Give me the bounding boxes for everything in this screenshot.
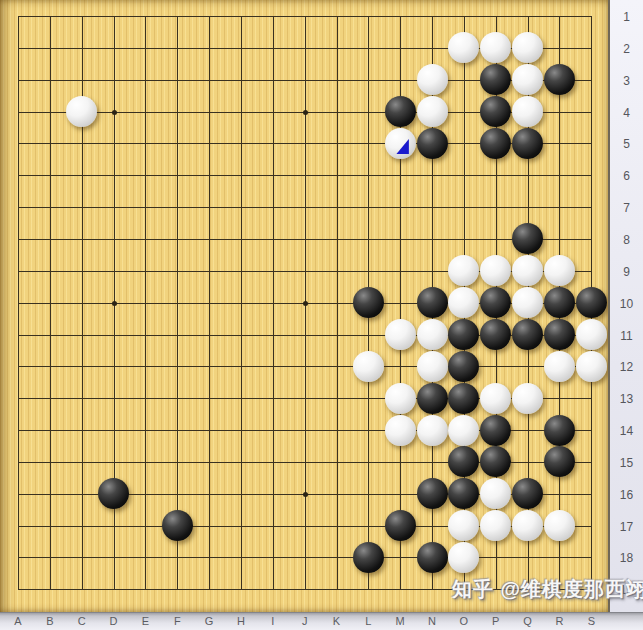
stone-white-P9[interactable] [480, 255, 511, 286]
column-label-N: N [421, 615, 443, 627]
stone-white-R9[interactable] [544, 255, 575, 286]
stone-black-Q8[interactable] [512, 223, 543, 254]
stone-black-P11[interactable] [480, 319, 511, 350]
go-game-window: 12345678910111213141516171819 ABCDEFGHIJ… [0, 0, 643, 630]
row-label-13: 13 [610, 392, 643, 406]
stone-black-M4[interactable] [385, 96, 416, 127]
stone-black-M17[interactable] [385, 510, 416, 541]
row-label-2: 2 [610, 42, 643, 56]
stone-white-Q17[interactable] [512, 510, 543, 541]
column-label-M: M [389, 615, 411, 627]
stone-white-N12[interactable] [417, 351, 448, 382]
stone-white-M5[interactable] [385, 128, 416, 159]
column-label-B: B [39, 615, 61, 627]
stone-white-O18[interactable] [448, 542, 479, 573]
row-label-3: 3 [610, 74, 643, 88]
grid-line-v [145, 16, 146, 590]
stone-black-O15[interactable] [448, 446, 479, 477]
stone-black-R11[interactable] [544, 319, 575, 350]
stone-white-O9[interactable] [448, 255, 479, 286]
stone-black-S10[interactable] [576, 287, 607, 318]
star-point [303, 301, 308, 306]
grid-line-v [50, 16, 51, 590]
stone-white-R17[interactable] [544, 510, 575, 541]
stone-white-L12[interactable] [353, 351, 384, 382]
column-label-J: J [294, 615, 316, 627]
row-label-12: 12 [610, 360, 643, 374]
stone-white-P2[interactable] [480, 32, 511, 63]
row-label-1: 1 [610, 10, 643, 24]
stone-black-N13[interactable] [417, 383, 448, 414]
star-point [112, 110, 117, 115]
stone-black-P4[interactable] [480, 96, 511, 127]
row-label-15: 15 [610, 456, 643, 470]
stone-black-O12[interactable] [448, 351, 479, 382]
stone-white-O17[interactable] [448, 510, 479, 541]
stone-white-C4[interactable] [66, 96, 97, 127]
stone-black-D16[interactable] [98, 478, 129, 509]
stone-black-R14[interactable] [544, 415, 575, 446]
stone-white-R12[interactable] [544, 351, 575, 382]
star-point [303, 492, 308, 497]
star-point [112, 301, 117, 306]
column-label-A: A [7, 615, 29, 627]
stone-white-Q3[interactable] [512, 64, 543, 95]
row-label-10: 10 [610, 297, 643, 311]
row-label-5: 5 [610, 137, 643, 151]
stone-white-N3[interactable] [417, 64, 448, 95]
stone-white-P17[interactable] [480, 510, 511, 541]
row-label-6: 6 [610, 169, 643, 183]
stone-black-N16[interactable] [417, 478, 448, 509]
row-label-7: 7 [610, 201, 643, 215]
last-move-triangle-marker [396, 139, 408, 154]
row-label-18: 18 [610, 551, 643, 565]
stone-black-Q11[interactable] [512, 319, 543, 350]
stone-black-P15[interactable] [480, 446, 511, 477]
column-label-R: R [548, 615, 570, 627]
grid-line-v [337, 16, 338, 590]
stone-white-Q9[interactable] [512, 255, 543, 286]
stone-white-Q4[interactable] [512, 96, 543, 127]
stone-white-P16[interactable] [480, 478, 511, 509]
stone-black-P5[interactable] [480, 128, 511, 159]
stone-white-S12[interactable] [576, 351, 607, 382]
stone-black-O13[interactable] [448, 383, 479, 414]
grid-line-v [177, 16, 178, 590]
stone-black-Q5[interactable] [512, 128, 543, 159]
row-coordinates-rail: 12345678910111213141516171819 [608, 0, 643, 612]
row-label-16: 16 [610, 488, 643, 502]
grid-line-v [209, 16, 210, 590]
column-label-I: I [262, 615, 284, 627]
column-label-F: F [166, 615, 188, 627]
grid-line-v [18, 16, 19, 590]
stone-black-P14[interactable] [480, 415, 511, 446]
grid-line-v [241, 16, 242, 590]
column-label-D: D [103, 615, 125, 627]
row-label-17: 17 [610, 520, 643, 534]
stone-black-F17[interactable] [162, 510, 193, 541]
stone-white-O14[interactable] [448, 415, 479, 446]
stone-black-Q16[interactable] [512, 478, 543, 509]
star-point [303, 110, 308, 115]
stone-black-N18[interactable] [417, 542, 448, 573]
column-label-Q: Q [517, 615, 539, 627]
column-label-E: E [134, 615, 156, 627]
stone-white-Q2[interactable] [512, 32, 543, 63]
stone-black-O16[interactable] [448, 478, 479, 509]
row-label-19: 19 [610, 583, 643, 597]
column-coordinates-rail: ABCDEFGHIJKLMNOPQRS [0, 612, 643, 630]
column-label-P: P [485, 615, 507, 627]
row-label-14: 14 [610, 424, 643, 438]
stone-black-N10[interactable] [417, 287, 448, 318]
stone-black-L10[interactable] [353, 287, 384, 318]
stone-white-N4[interactable] [417, 96, 448, 127]
stone-black-O11[interactable] [448, 319, 479, 350]
stone-white-O2[interactable] [448, 32, 479, 63]
row-label-9: 9 [610, 265, 643, 279]
column-label-S: S [580, 615, 602, 627]
stone-black-R15[interactable] [544, 446, 575, 477]
stone-white-Q13[interactable] [512, 383, 543, 414]
column-label-G: G [198, 615, 220, 627]
column-label-L: L [357, 615, 379, 627]
stone-black-L18[interactable] [353, 542, 384, 573]
row-label-8: 8 [610, 233, 643, 247]
stone-black-P10[interactable] [480, 287, 511, 318]
stone-white-N11[interactable] [417, 319, 448, 350]
stone-white-N14[interactable] [417, 415, 448, 446]
row-label-4: 4 [610, 106, 643, 120]
stone-black-R10[interactable] [544, 287, 575, 318]
stone-black-N5[interactable] [417, 128, 448, 159]
stone-white-Q10[interactable] [512, 287, 543, 318]
row-label-11: 11 [610, 329, 643, 343]
stone-black-R3[interactable] [544, 64, 575, 95]
stone-white-M13[interactable] [385, 383, 416, 414]
stone-white-M14[interactable] [385, 415, 416, 446]
column-label-C: C [71, 615, 93, 627]
stone-black-P3[interactable] [480, 64, 511, 95]
go-board[interactable] [0, 0, 608, 612]
stone-white-M11[interactable] [385, 319, 416, 350]
stone-white-S11[interactable] [576, 319, 607, 350]
stone-white-O10[interactable] [448, 287, 479, 318]
column-label-O: O [453, 615, 475, 627]
stone-white-P13[interactable] [480, 383, 511, 414]
column-label-K: K [326, 615, 348, 627]
column-label-H: H [230, 615, 252, 627]
grid-line-v [273, 16, 274, 590]
